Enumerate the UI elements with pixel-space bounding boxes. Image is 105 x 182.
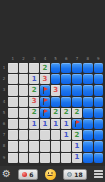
- cell-r3c7[interactable]: [72, 85, 82, 95]
- cell-r7c3[interactable]: [29, 130, 39, 140]
- cell-r4c1[interactable]: [8, 97, 18, 107]
- row-label-6: 6: [1, 119, 7, 129]
- row-label-9: 9: [1, 153, 7, 163]
- cell-r5c2[interactable]: [19, 108, 29, 118]
- cell-r6c6[interactable]: 1: [61, 119, 71, 129]
- cell-r5c8[interactable]: [83, 108, 93, 118]
- cell-r3c1[interactable]: [8, 85, 18, 95]
- cell-r7c1[interactable]: [8, 130, 18, 140]
- cell-r6c2[interactable]: [19, 119, 29, 129]
- cell-r2c3[interactable]: 1: [29, 74, 39, 84]
- cell-r6c1[interactable]: [8, 119, 18, 129]
- cell-r9c9[interactable]: [94, 153, 104, 163]
- cell-r7c6[interactable]: 1: [61, 130, 71, 140]
- cell-r5c7[interactable]: 2: [72, 108, 82, 118]
- cell-r8c4[interactable]: [40, 141, 50, 151]
- cell-r1c4[interactable]: 2: [40, 63, 50, 73]
- cell-r6c9[interactable]: [94, 119, 104, 129]
- cell-r3c5[interactable]: 3: [51, 85, 61, 95]
- cell-r4c3[interactable]: 3: [29, 97, 39, 107]
- cell-r9c6[interactable]: [61, 153, 71, 163]
- col-label-8: 8: [83, 56, 93, 62]
- cell-r4c4[interactable]: [40, 97, 50, 107]
- col-label-9: 9: [94, 56, 104, 62]
- gear-icon[interactable]: ⚙: [2, 166, 11, 182]
- cell-r2c8[interactable]: [83, 74, 93, 84]
- board: 123456789122133234352222611117128191: [1, 56, 103, 163]
- cell-r8c7[interactable]: 1: [72, 141, 82, 151]
- cell-r5c5[interactable]: 2: [51, 108, 61, 118]
- cell-r5c1[interactable]: [8, 108, 18, 118]
- col-label-1: 1: [8, 56, 18, 62]
- cell-r5c3[interactable]: 2: [29, 108, 39, 118]
- flag-icon: [40, 108, 50, 118]
- cell-r5c4[interactable]: [40, 108, 50, 118]
- flag-icon: [72, 119, 82, 129]
- col-label-3: 3: [29, 56, 39, 62]
- cell-r1c8[interactable]: [83, 63, 93, 73]
- col-label-7: 7: [72, 56, 82, 62]
- bottom-toolbar: ⚙ 6 18: [0, 166, 105, 182]
- cell-r9c8[interactable]: [83, 153, 93, 163]
- cell-r9c4[interactable]: [40, 153, 50, 163]
- col-label-6: 6: [61, 56, 71, 62]
- cell-r2c9[interactable]: [94, 74, 104, 84]
- cell-r5c6[interactable]: 2: [61, 108, 71, 118]
- cell-r6c7[interactable]: [72, 119, 82, 129]
- cell-r4c9[interactable]: [94, 97, 104, 107]
- cell-r3c6[interactable]: [61, 85, 71, 95]
- cell-r5c9[interactable]: [94, 108, 104, 118]
- cell-r2c5[interactable]: [51, 74, 61, 84]
- cell-r1c5[interactable]: [51, 63, 61, 73]
- board-corner: [1, 56, 7, 62]
- smiley-face-button[interactable]: [45, 169, 56, 180]
- menu-icon[interactable]: [94, 170, 103, 178]
- cell-r9c7[interactable]: 1: [72, 153, 82, 163]
- cell-r4c8[interactable]: [83, 97, 93, 107]
- mines-remaining-value: 6: [29, 171, 33, 178]
- cell-r8c9[interactable]: [94, 141, 104, 151]
- cell-r8c5[interactable]: [51, 141, 61, 151]
- minesweeper-screen: 123456789122133234352222611117128191 ⚙ 6…: [0, 0, 105, 182]
- mine-icon: [22, 172, 27, 177]
- timer: 18: [63, 169, 86, 180]
- cell-r9c3[interactable]: [29, 153, 39, 163]
- cell-r3c8[interactable]: [83, 85, 93, 95]
- cell-r8c1[interactable]: [8, 141, 18, 151]
- flag-icon: [40, 97, 50, 107]
- cell-r7c4[interactable]: [40, 130, 50, 140]
- cell-r2c2[interactable]: [19, 74, 29, 84]
- cell-r2c1[interactable]: [8, 74, 18, 84]
- row-label-7: 7: [1, 130, 7, 140]
- cell-r2c7[interactable]: [72, 74, 82, 84]
- cell-r1c9[interactable]: [94, 63, 104, 73]
- col-label-5: 5: [51, 56, 61, 62]
- cell-r4c5[interactable]: [51, 97, 61, 107]
- cell-r4c6[interactable]: [61, 97, 71, 107]
- cell-r3c9[interactable]: [94, 85, 104, 95]
- cell-r8c3[interactable]: [29, 141, 39, 151]
- cell-r3c3[interactable]: 2: [29, 85, 39, 95]
- cell-r9c1[interactable]: [8, 153, 18, 163]
- timer-value: 18: [74, 171, 82, 178]
- cell-r7c5[interactable]: [51, 130, 61, 140]
- cell-r8c6[interactable]: [61, 141, 71, 151]
- cell-r8c8[interactable]: [83, 141, 93, 151]
- cell-r8c2[interactable]: [19, 141, 29, 151]
- cell-r9c5[interactable]: [51, 153, 61, 163]
- cell-r2c6[interactable]: [61, 74, 71, 84]
- cell-r9c2[interactable]: [19, 153, 29, 163]
- cell-r7c7[interactable]: 2: [72, 130, 82, 140]
- cell-r1c1[interactable]: [8, 63, 18, 73]
- row-label-3: 3: [1, 85, 7, 95]
- mine-counter: 6: [18, 169, 37, 180]
- cell-r4c7[interactable]: [72, 97, 82, 107]
- cell-r6c8[interactable]: [83, 119, 93, 129]
- cell-r7c8[interactable]: [83, 130, 93, 140]
- clock-icon: [67, 172, 72, 177]
- row-label-2: 2: [1, 74, 7, 84]
- row-label-8: 8: [1, 141, 7, 151]
- cell-r7c2[interactable]: [19, 130, 29, 140]
- row-label-5: 5: [1, 108, 7, 118]
- row-label-1: 1: [1, 63, 7, 73]
- cell-r7c9[interactable]: [94, 130, 104, 140]
- cell-r3c4[interactable]: [40, 85, 50, 95]
- cell-r6c4[interactable]: 1: [40, 119, 50, 129]
- cell-r2c4[interactable]: 3: [40, 74, 50, 84]
- col-label-2: 2: [19, 56, 29, 62]
- cell-r1c3[interactable]: [29, 63, 39, 73]
- row-label-4: 4: [1, 97, 7, 107]
- cell-r6c3[interactable]: 1: [29, 119, 39, 129]
- cell-r1c7[interactable]: [72, 63, 82, 73]
- cell-r1c2[interactable]: [19, 63, 29, 73]
- flag-icon: [40, 85, 50, 95]
- cell-r4c2[interactable]: [19, 97, 29, 107]
- cell-r6c5[interactable]: 1: [51, 119, 61, 129]
- col-label-4: 4: [40, 56, 50, 62]
- cell-r1c6[interactable]: [61, 63, 71, 73]
- cell-r3c2[interactable]: [19, 85, 29, 95]
